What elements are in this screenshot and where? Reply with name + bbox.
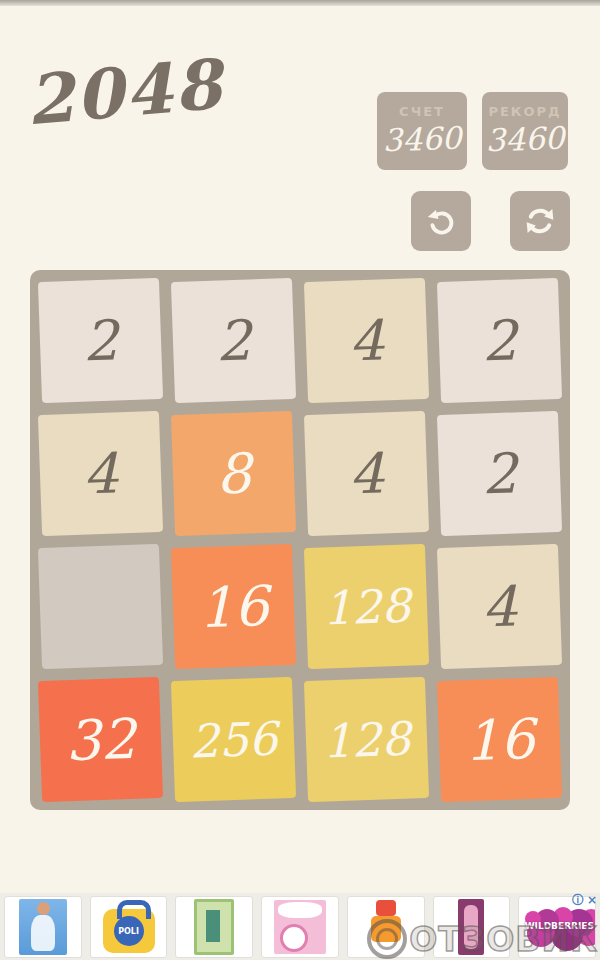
tile-4: 4: [304, 278, 429, 403]
tile-16: 16: [437, 677, 562, 802]
undo-button[interactable]: [411, 191, 471, 251]
tile-2: 2: [171, 278, 296, 403]
score-box: СЧЕТ 3460: [377, 92, 467, 170]
tile-4: 4: [304, 411, 429, 536]
ad-product-doll-box[interactable]: [433, 896, 511, 958]
action-figure-image: [194, 899, 234, 955]
score-label: СЧЕТ: [377, 104, 467, 119]
pink-toybox-image: [274, 900, 326, 954]
tile-128: 128: [304, 677, 429, 802]
empty-cell: [38, 544, 163, 669]
tile-8: 8: [171, 411, 296, 536]
ad-product-pink-toybox[interactable]: [261, 896, 339, 958]
wildberries-text: WILDBERRIES: [519, 921, 596, 931]
app-screen: 2048 СЧЕТ 3460 РЕКОРД 3460 2242484216128…: [0, 0, 600, 960]
restart-button[interactable]: [510, 191, 570, 251]
ad-product-poli-bag[interactable]: POLI: [90, 896, 168, 958]
board[interactable]: 224248421612843225612816: [30, 270, 570, 810]
ad-info-icon[interactable]: ⓘ: [572, 894, 584, 906]
best-score-box: РЕКОРД 3460: [482, 92, 568, 170]
app-title: 2048: [23, 50, 225, 135]
best-score-label: РЕКОРД: [482, 104, 568, 119]
poli-logo: POLI: [114, 916, 144, 946]
ad-product-action-figure[interactable]: [175, 896, 253, 958]
status-bar: [0, 0, 600, 6]
tile-16: 16: [171, 544, 296, 669]
poli-bag-image: POLI: [103, 909, 155, 953]
tile-4: 4: [437, 544, 562, 669]
ad-close-icon[interactable]: ×: [587, 894, 597, 906]
ad-banner[interactable]: POLI WILDBERRIES ⓘ ×: [0, 893, 600, 960]
undo-icon: [423, 203, 459, 239]
tile-2: 2: [38, 278, 163, 403]
wildberries-logo-image: WILDBERRIES: [519, 905, 595, 949]
ad-product-robot-toy[interactable]: [347, 896, 425, 958]
tile-128: 128: [304, 544, 429, 669]
robot-toy-image: [369, 900, 403, 954]
best-score-value: 3460: [481, 120, 568, 159]
refresh-icon: [521, 202, 559, 240]
tile-32: 32: [38, 677, 163, 802]
tile-256: 256: [171, 677, 296, 802]
score-value: 3460: [376, 119, 467, 158]
tile-2: 2: [437, 278, 562, 403]
doll-box-image: [458, 899, 484, 955]
tile-2: 2: [437, 411, 562, 536]
tile-4: 4: [38, 411, 163, 536]
ad-product-lingerie-model[interactable]: [4, 896, 82, 958]
lingerie-model-image: [19, 899, 67, 955]
ad-controls: ⓘ ×: [572, 894, 597, 906]
